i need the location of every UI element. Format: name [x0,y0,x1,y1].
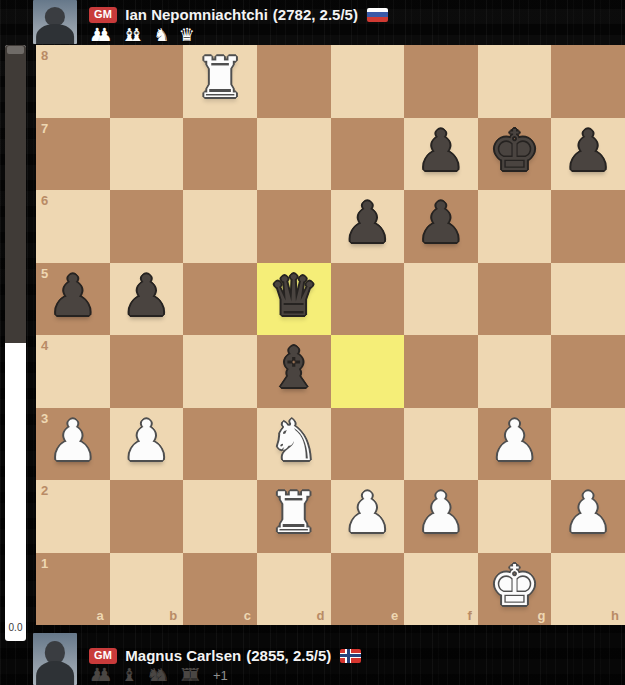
captured-tray-bottom: ♟♟♝♞♞♜♜+1 [89,666,361,685]
captured-white-queen-icon: ♛ [179,26,195,44]
square-d5[interactable]: ♛ [257,263,331,336]
gm-badge-bottom: GM [89,648,117,664]
evaluation-bar-cap [7,46,24,54]
avatar-silhouette-body [36,24,74,44]
square-f5[interactable] [404,263,478,336]
piece-black-pawn[interactable]: ♟ [416,195,466,251]
file-label-d: d [317,609,325,622]
avatar-silhouette-body [36,661,74,685]
avatar-top [33,0,77,44]
captured-black-pawn-icon: ♟ [96,666,112,684]
square-e8[interactable] [331,45,405,118]
norway-flag-icon [340,649,361,663]
square-f8[interactable] [404,45,478,118]
chess-board[interactable]: 8♜7♟♚♟6♟♟5♟♟♛4♝3♟♟♞♟2♜♟♟♟1abcdefg♚h [36,45,625,625]
square-b8[interactable] [110,45,184,118]
player-name-bottom[interactable]: Magnus Carlsen [125,647,241,664]
captured-black-knight-icon: ♞ [154,666,170,684]
square-f6[interactable]: ♟ [404,190,478,263]
file-label-h: h [611,609,619,622]
square-g8[interactable] [478,45,552,118]
square-b4[interactable] [110,335,184,408]
captured-group-rook: ♜♜ [179,666,202,684]
square-g5[interactable] [478,263,552,336]
file-label-f: f [467,609,471,622]
square-d4[interactable]: ♝ [257,335,331,408]
square-d8[interactable] [257,45,331,118]
square-b6[interactable] [110,190,184,263]
square-e2[interactable]: ♟ [331,480,405,553]
square-b7[interactable] [110,118,184,191]
evaluation-bar-black-portion [5,45,26,343]
square-g2[interactable] [478,480,552,553]
square-f2[interactable]: ♟ [404,480,478,553]
captured-group-pawn: ♟♟ [89,666,112,684]
material-advantage: +1 [213,668,228,683]
piece-white-rook[interactable]: ♜ [269,485,319,541]
square-b2[interactable] [110,480,184,553]
captured-group-knight: ♞ [154,26,170,44]
piece-black-bishop[interactable]: ♝ [269,340,319,396]
piece-white-pawn[interactable]: ♟ [489,413,539,469]
square-h8[interactable] [551,45,625,118]
captured-group-knight: ♞♞ [146,666,169,684]
piece-white-rook[interactable]: ♜ [195,50,245,106]
square-g1[interactable]: g♚ [478,553,552,626]
square-a4[interactable]: 4 [36,335,110,408]
square-c7[interactable] [183,118,257,191]
file-label-c: c [244,609,251,622]
player-score-bottom: (2855, 2.5/5) [246,647,331,664]
player-name-top[interactable]: Ian Nepomniachtchi [125,6,268,23]
square-g3[interactable]: ♟ [478,408,552,481]
square-h4[interactable] [551,335,625,408]
file-label-a: a [96,609,103,622]
piece-black-pawn[interactable]: ♟ [342,195,392,251]
square-c6[interactable] [183,190,257,263]
square-a8[interactable]: 8 [36,45,110,118]
piece-white-pawn[interactable]: ♟ [121,413,171,469]
square-d7[interactable] [257,118,331,191]
square-c8[interactable]: ♜ [183,45,257,118]
player-score-top: (2782, 2.5/5) [273,6,358,23]
square-b1[interactable]: b [110,553,184,626]
rank-label-8: 8 [41,49,48,62]
square-b3[interactable]: ♟ [110,408,184,481]
square-a7[interactable]: 7 [36,118,110,191]
rank-label-6: 6 [41,194,48,207]
square-f3[interactable] [404,408,478,481]
square-e1[interactable]: e [331,553,405,626]
square-d2[interactable]: ♜ [257,480,331,553]
square-a3[interactable]: 3♟ [36,408,110,481]
player-bar-bottom: GM Magnus Carlsen (2855, 2.5/5) ♟♟♝♞♞♜♜+… [0,633,625,685]
captured-group-bishop: ♝ [121,666,137,684]
square-g4[interactable] [478,335,552,408]
square-f4[interactable] [404,335,478,408]
square-a6[interactable]: 6 [36,190,110,263]
avatar-bottom [33,633,77,685]
piece-black-pawn[interactable]: ♟ [48,268,98,324]
square-c2[interactable] [183,480,257,553]
square-g6[interactable] [478,190,552,263]
square-h1[interactable]: h [551,553,625,626]
square-f7[interactable]: ♟ [404,118,478,191]
square-a2[interactable]: 2 [36,480,110,553]
captured-black-rook-icon: ♜ [186,666,202,684]
captured-white-knight-icon: ♞ [154,26,170,44]
file-label-e: e [391,609,398,622]
flag-cross-bar [340,654,361,657]
square-c5[interactable] [183,263,257,336]
square-h7[interactable]: ♟ [551,118,625,191]
square-e4[interactable] [331,335,405,408]
gm-badge-top: GM [89,7,117,23]
square-e5[interactable] [331,263,405,336]
piece-black-pawn[interactable]: ♟ [563,123,613,179]
square-c3[interactable] [183,408,257,481]
rank-label-1: 1 [41,557,48,570]
rank-label-4: 4 [41,339,48,352]
square-a1[interactable]: 1a [36,553,110,626]
piece-white-pawn[interactable]: ♟ [342,485,392,541]
captured-group-pawn: ♟♟ [89,26,112,44]
square-e7[interactable] [331,118,405,191]
captured-black-bishop-icon: ♝ [121,666,137,684]
captured-group-queen: ♛ [179,26,195,44]
piece-white-pawn[interactable]: ♟ [563,485,613,541]
square-d1[interactable]: d [257,553,331,626]
flag-stripe [367,17,388,22]
piece-black-pawn[interactable]: ♟ [121,268,171,324]
piece-white-pawn[interactable]: ♟ [48,413,98,469]
file-label-b: b [169,609,177,622]
player-bar-top: GM Ian Nepomniachtchi (2782, 2.5/5) ♟♟♝♝… [0,0,625,46]
evaluation-bar: 0.0 [5,45,26,641]
captured-group-bishop: ♝♝ [121,26,144,44]
square-d3[interactable]: ♞ [257,408,331,481]
square-h2[interactable]: ♟ [551,480,625,553]
square-h3[interactable] [551,408,625,481]
evaluation-value: 0.0 [5,622,26,633]
square-a5[interactable]: 5♟ [36,263,110,336]
square-h6[interactable] [551,190,625,263]
square-e6[interactable]: ♟ [331,190,405,263]
piece-white-king[interactable]: ♚ [489,558,539,614]
russia-flag-icon [367,8,388,22]
piece-white-knight[interactable]: ♞ [269,413,319,469]
piece-black-pawn[interactable]: ♟ [416,123,466,179]
square-b5[interactable]: ♟ [110,263,184,336]
square-e3[interactable] [331,408,405,481]
captured-white-bishop-icon: ♝ [128,26,144,44]
square-h5[interactable] [551,263,625,336]
square-c1[interactable]: c [183,553,257,626]
piece-black-queen[interactable]: ♛ [269,268,319,324]
piece-white-pawn[interactable]: ♟ [416,485,466,541]
square-f1[interactable]: f [404,553,478,626]
piece-black-king[interactable]: ♚ [489,123,539,179]
rank-label-7: 7 [41,122,48,135]
captured-white-pawn-icon: ♟ [96,26,112,44]
square-c4[interactable] [183,335,257,408]
rank-label-2: 2 [41,484,48,497]
square-d6[interactable] [257,190,331,263]
captured-tray-top: ♟♟♝♝♞♛ [89,25,388,45]
square-g7[interactable]: ♚ [478,118,552,191]
